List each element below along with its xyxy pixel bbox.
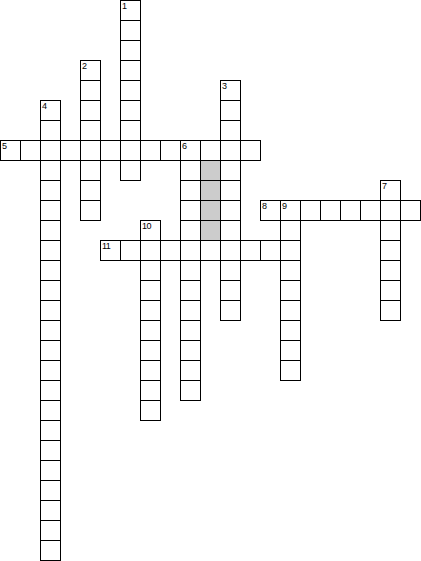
grid-cell[interactable]: 9: [280, 200, 301, 221]
grid-cell[interactable]: [380, 280, 401, 301]
grid-cell[interactable]: [400, 200, 421, 221]
grid-cell[interactable]: [40, 140, 61, 161]
grid-cell[interactable]: [60, 140, 81, 161]
clue-number: 11: [102, 241, 110, 251]
grid-cell[interactable]: [240, 140, 261, 161]
grid-cell[interactable]: [20, 140, 41, 161]
grid-cell[interactable]: [140, 400, 161, 421]
grid-cell[interactable]: [280, 320, 301, 341]
grid-cell[interactable]: [40, 540, 61, 561]
grid-cell[interactable]: [40, 160, 61, 181]
grid-cell[interactable]: [320, 200, 341, 221]
grid-cell[interactable]: [380, 200, 401, 221]
grid-cell[interactable]: [280, 300, 301, 321]
grid-cell[interactable]: [220, 260, 241, 281]
clue-number: 3: [222, 81, 227, 91]
grid-cell[interactable]: [360, 200, 381, 221]
grid-cell[interactable]: [180, 220, 201, 241]
grid-cell[interactable]: [280, 240, 301, 261]
grid-cell[interactable]: [180, 340, 201, 361]
grid-cell[interactable]: [200, 240, 221, 261]
shaded-cell[interactable]: [200, 160, 221, 181]
clue-number: 1: [122, 1, 127, 11]
grid-cell[interactable]: [80, 160, 101, 181]
grid-cell[interactable]: [40, 240, 61, 261]
grid-cell[interactable]: [220, 140, 241, 161]
grid-cell[interactable]: [40, 440, 61, 461]
grid-cell[interactable]: [40, 520, 61, 541]
grid-cell[interactable]: [380, 260, 401, 281]
grid-cell[interactable]: [180, 260, 201, 281]
shaded-cell[interactable]: [200, 180, 221, 201]
grid-cell[interactable]: [220, 180, 241, 201]
clue-number: 5: [2, 141, 7, 151]
clue-number: 8: [262, 201, 267, 211]
grid-cell[interactable]: 2: [80, 60, 101, 81]
grid-cell[interactable]: [140, 140, 161, 161]
grid-cell[interactable]: [160, 140, 181, 161]
grid-cell[interactable]: [180, 380, 201, 401]
grid-cell[interactable]: [220, 280, 241, 301]
grid-cell[interactable]: [80, 200, 101, 221]
grid-cell[interactable]: [100, 140, 121, 161]
grid-cell[interactable]: [280, 340, 301, 361]
grid-cell[interactable]: [80, 100, 101, 121]
grid-cell[interactable]: [140, 340, 161, 361]
grid-cell[interactable]: [120, 120, 141, 141]
grid-cell[interactable]: [180, 360, 201, 381]
grid-cell[interactable]: [280, 280, 301, 301]
grid-cell[interactable]: 11: [100, 240, 121, 261]
grid-cell[interactable]: [120, 80, 141, 101]
grid-cell[interactable]: [220, 240, 241, 261]
grid-cell[interactable]: [80, 140, 101, 161]
grid-cell[interactable]: [240, 240, 261, 261]
grid-cell[interactable]: 6: [180, 140, 201, 161]
grid-cell[interactable]: [120, 240, 141, 261]
grid-cell[interactable]: 1: [120, 0, 141, 21]
grid-cell[interactable]: [40, 220, 61, 241]
grid-cell[interactable]: [120, 40, 141, 61]
clue-number: 6: [182, 141, 187, 151]
grid-cell[interactable]: [120, 140, 141, 161]
grid-cell[interactable]: [40, 380, 61, 401]
grid-cell[interactable]: [40, 500, 61, 521]
grid-cell[interactable]: [120, 100, 141, 121]
grid-cell[interactable]: [80, 180, 101, 201]
grid-cell[interactable]: 5: [0, 140, 21, 161]
grid-cell[interactable]: [180, 240, 201, 261]
grid-cell[interactable]: [140, 380, 161, 401]
grid-cell[interactable]: [40, 120, 61, 141]
grid-cell[interactable]: [380, 240, 401, 261]
grid-cell[interactable]: [160, 240, 181, 261]
grid-cell[interactable]: [140, 240, 161, 261]
grid-cell[interactable]: [40, 340, 61, 361]
grid-cell[interactable]: [80, 120, 101, 141]
grid-cell[interactable]: [120, 60, 141, 81]
grid-cell[interactable]: [260, 240, 281, 261]
grid-cell[interactable]: [140, 280, 161, 301]
grid-cell[interactable]: 10: [140, 220, 161, 241]
shaded-cell[interactable]: [200, 220, 221, 241]
grid-cell[interactable]: [40, 320, 61, 341]
grid-cell[interactable]: 4: [40, 100, 61, 121]
grid-cell[interactable]: 3: [220, 80, 241, 101]
grid-cell[interactable]: [40, 480, 61, 501]
grid-cell[interactable]: [40, 300, 61, 321]
grid-cell[interactable]: [40, 260, 61, 281]
clue-number: 4: [42, 101, 47, 111]
grid-cell[interactable]: [220, 200, 241, 221]
grid-cell[interactable]: [200, 140, 221, 161]
grid-cell[interactable]: [180, 180, 201, 201]
clue-number: 9: [282, 201, 287, 211]
grid-cell[interactable]: [180, 300, 201, 321]
grid-cell[interactable]: [220, 120, 241, 141]
grid-cell[interactable]: [120, 160, 141, 181]
grid-cell[interactable]: [220, 300, 241, 321]
grid-cell[interactable]: [40, 420, 61, 441]
grid-cell[interactable]: 8: [260, 200, 281, 221]
grid-cell[interactable]: [40, 280, 61, 301]
grid-cell[interactable]: [280, 260, 301, 281]
grid-cell[interactable]: [220, 160, 241, 181]
grid-cell[interactable]: [40, 360, 61, 381]
shaded-cell[interactable]: [200, 200, 221, 221]
grid-cell[interactable]: [80, 80, 101, 101]
grid-cell[interactable]: [220, 100, 241, 121]
grid-cell[interactable]: [380, 220, 401, 241]
grid-cell[interactable]: [40, 180, 61, 201]
grid-cell[interactable]: [120, 20, 141, 41]
grid-cell[interactable]: [140, 300, 161, 321]
clue-number: 2: [82, 61, 87, 71]
grid-cell[interactable]: [40, 460, 61, 481]
grid-cell[interactable]: [280, 360, 301, 381]
grid-cell[interactable]: 7: [380, 180, 401, 201]
crossword-grid: 1234567891011: [0, 0, 421, 561]
grid-cell[interactable]: [140, 260, 161, 281]
grid-cell[interactable]: [40, 200, 61, 221]
grid-cell[interactable]: [180, 280, 201, 301]
grid-cell[interactable]: [380, 300, 401, 321]
grid-cell[interactable]: [140, 360, 161, 381]
grid-cell[interactable]: [300, 200, 321, 221]
clue-number: 7: [382, 181, 387, 191]
grid-cell[interactable]: [40, 400, 61, 421]
grid-cell[interactable]: [180, 200, 201, 221]
grid-cell[interactable]: [180, 160, 201, 181]
grid-cell[interactable]: [180, 320, 201, 341]
grid-cell[interactable]: [340, 200, 361, 221]
grid-cell[interactable]: [140, 320, 161, 341]
grid-cell[interactable]: [220, 220, 241, 241]
clue-number: 10: [142, 221, 151, 231]
grid-cell[interactable]: [280, 220, 301, 241]
